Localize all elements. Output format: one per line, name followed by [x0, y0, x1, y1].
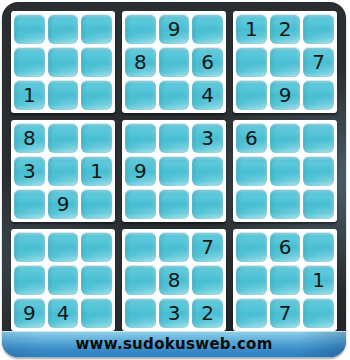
box-1-3: 1279	[233, 11, 337, 113]
cell-r1c6[interactable]	[192, 14, 223, 44]
cell-r1c1[interactable]	[14, 14, 45, 44]
cell-r8c1[interactable]	[14, 265, 45, 295]
box-2-1: 8319	[11, 120, 115, 222]
cell-r9c1[interactable]: 9	[14, 298, 45, 328]
cell-r6c2[interactable]: 9	[48, 189, 79, 219]
cell-r5c7[interactable]	[236, 156, 267, 186]
cell-r7c6[interactable]: 7	[192, 232, 223, 262]
box-2-2: 39	[122, 120, 226, 222]
box-3-3: 617	[233, 229, 337, 331]
cell-r7c4[interactable]	[125, 232, 156, 262]
cell-r1c2[interactable]	[48, 14, 79, 44]
cell-r8c8[interactable]	[270, 265, 301, 295]
cell-r2c9[interactable]: 7	[303, 47, 334, 77]
site-url[interactable]: www.sudokusweb.com	[75, 335, 272, 353]
cell-r6c7[interactable]	[236, 189, 267, 219]
cell-r1c3[interactable]	[81, 14, 112, 44]
cell-r1c7[interactable]: 1	[236, 14, 267, 44]
cell-r4c2[interactable]	[48, 123, 79, 153]
cell-r3c5[interactable]	[159, 80, 190, 110]
cell-r6c8[interactable]	[270, 189, 301, 219]
cell-r9c6[interactable]: 2	[192, 298, 223, 328]
cell-r3c4[interactable]	[125, 80, 156, 110]
cell-r7c7[interactable]	[236, 232, 267, 262]
cell-r6c4[interactable]	[125, 189, 156, 219]
cell-r4c5[interactable]	[159, 123, 190, 153]
cell-r5c9[interactable]	[303, 156, 334, 186]
cell-r7c8[interactable]: 6	[270, 232, 301, 262]
cell-r3c8[interactable]: 9	[270, 80, 301, 110]
cell-r3c2[interactable]	[48, 80, 79, 110]
footer-bar: www.sudokusweb.com	[2, 331, 346, 357]
cell-r6c9[interactable]	[303, 189, 334, 219]
cell-r9c5[interactable]: 3	[159, 298, 190, 328]
cell-r4c1[interactable]: 8	[14, 123, 45, 153]
cell-r5c6[interactable]	[192, 156, 223, 186]
box-2-3: 6	[233, 120, 337, 222]
cell-r2c4[interactable]: 8	[125, 47, 156, 77]
sudoku-board: 1986412798319396947832617	[11, 11, 337, 331]
cell-r9c9[interactable]	[303, 298, 334, 328]
cell-r8c3[interactable]	[81, 265, 112, 295]
cell-r6c6[interactable]	[192, 189, 223, 219]
cell-r8c6[interactable]	[192, 265, 223, 295]
cell-r8c4[interactable]	[125, 265, 156, 295]
cell-r8c9[interactable]: 1	[303, 265, 334, 295]
cell-r1c9[interactable]	[303, 14, 334, 44]
cell-r5c5[interactable]	[159, 156, 190, 186]
cell-r6c1[interactable]	[14, 189, 45, 219]
cell-r8c7[interactable]	[236, 265, 267, 295]
cell-r1c4[interactable]	[125, 14, 156, 44]
cell-r2c7[interactable]	[236, 47, 267, 77]
cell-r9c4[interactable]	[125, 298, 156, 328]
cell-r4c8[interactable]	[270, 123, 301, 153]
cell-r1c8[interactable]: 2	[270, 14, 301, 44]
cell-r5c8[interactable]	[270, 156, 301, 186]
cell-r8c2[interactable]	[48, 265, 79, 295]
cell-r5c3[interactable]: 1	[81, 156, 112, 186]
cell-r2c1[interactable]	[14, 47, 45, 77]
box-1-1: 1	[11, 11, 115, 113]
cell-r3c1[interactable]: 1	[14, 80, 45, 110]
cell-r3c6[interactable]: 4	[192, 80, 223, 110]
cell-r9c2[interactable]: 4	[48, 298, 79, 328]
cell-r5c4[interactable]: 9	[125, 156, 156, 186]
cell-r2c5[interactable]	[159, 47, 190, 77]
cell-r2c3[interactable]	[81, 47, 112, 77]
sudoku-plaque: 1986412798319396947832617 www.sudokusweb…	[2, 2, 346, 357]
cell-r7c9[interactable]	[303, 232, 334, 262]
cell-r4c7[interactable]: 6	[236, 123, 267, 153]
cell-r5c2[interactable]	[48, 156, 79, 186]
cell-r1c5[interactable]: 9	[159, 14, 190, 44]
cell-r7c5[interactable]	[159, 232, 190, 262]
cell-r4c6[interactable]: 3	[192, 123, 223, 153]
cell-r8c5[interactable]: 8	[159, 265, 190, 295]
cell-r6c5[interactable]	[159, 189, 190, 219]
cell-r7c1[interactable]	[14, 232, 45, 262]
cell-r7c2[interactable]	[48, 232, 79, 262]
cell-r3c3[interactable]	[81, 80, 112, 110]
cell-r3c9[interactable]	[303, 80, 334, 110]
cell-r4c3[interactable]	[81, 123, 112, 153]
box-1-2: 9864	[122, 11, 226, 113]
cell-r6c3[interactable]	[81, 189, 112, 219]
cell-r9c8[interactable]: 7	[270, 298, 301, 328]
cell-r3c7[interactable]	[236, 80, 267, 110]
cell-r4c4[interactable]	[125, 123, 156, 153]
cell-r9c3[interactable]	[81, 298, 112, 328]
cell-r2c8[interactable]	[270, 47, 301, 77]
cell-r5c1[interactable]: 3	[14, 156, 45, 186]
box-3-1: 94	[11, 229, 115, 331]
cell-r2c6[interactable]: 6	[192, 47, 223, 77]
cell-r4c9[interactable]	[303, 123, 334, 153]
cell-r2c2[interactable]	[48, 47, 79, 77]
cell-r7c3[interactable]	[81, 232, 112, 262]
box-3-2: 7832	[122, 229, 226, 331]
cell-r9c7[interactable]	[236, 298, 267, 328]
